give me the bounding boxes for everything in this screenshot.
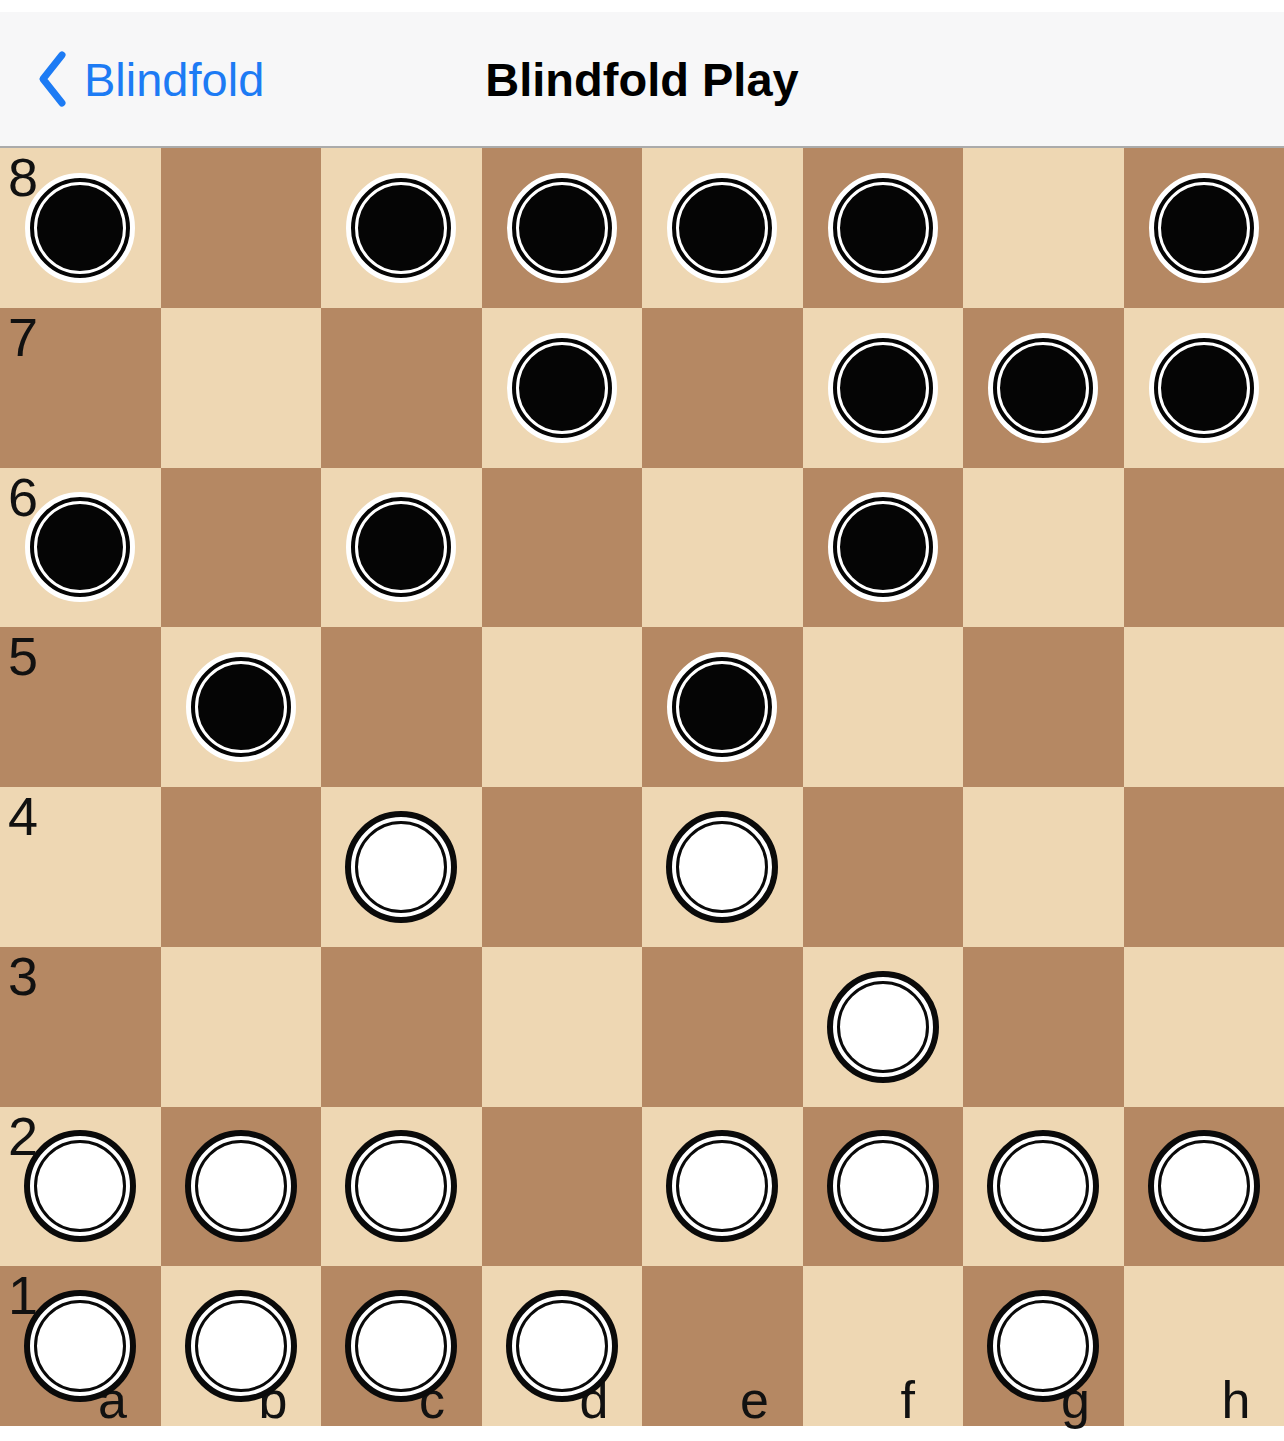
square-d3[interactable]	[482, 947, 643, 1107]
square-d4[interactable]	[482, 787, 643, 947]
square-d8[interactable]	[482, 148, 643, 308]
square-d7[interactable]	[482, 308, 643, 468]
square-a6[interactable]: 6	[0, 468, 161, 628]
square-c8[interactable]	[321, 148, 482, 308]
square-a1[interactable]: 1a	[0, 1266, 161, 1426]
square-h2[interactable]	[1124, 1107, 1284, 1267]
square-b2[interactable]	[161, 1107, 322, 1267]
square-f7[interactable]	[803, 308, 964, 468]
back-button-label[interactable]: Blindfold	[84, 56, 264, 103]
square-g3[interactable]	[963, 947, 1124, 1107]
file-label-h: h	[1221, 1374, 1250, 1426]
square-e4[interactable]	[642, 787, 803, 947]
black-piece-g7[interactable]	[988, 333, 1098, 443]
square-d2[interactable]	[482, 1107, 643, 1267]
chevron-left-icon	[36, 50, 68, 108]
square-a3[interactable]: 3	[0, 947, 161, 1107]
square-f2[interactable]	[803, 1107, 964, 1267]
square-d5[interactable]	[482, 627, 643, 787]
square-h4[interactable]	[1124, 787, 1284, 947]
square-e1[interactable]: e	[642, 1266, 803, 1426]
square-h3[interactable]	[1124, 947, 1284, 1107]
square-g1[interactable]: g	[963, 1266, 1124, 1426]
square-b7[interactable]	[161, 308, 322, 468]
square-h1[interactable]: h	[1124, 1266, 1284, 1426]
white-piece-a2[interactable]	[24, 1130, 136, 1242]
square-f4[interactable]	[803, 787, 964, 947]
square-a2[interactable]: 2	[0, 1107, 161, 1267]
white-piece-g2[interactable]	[987, 1130, 1099, 1242]
square-f5[interactable]	[803, 627, 964, 787]
square-g2[interactable]	[963, 1107, 1124, 1267]
black-piece-d7[interactable]	[507, 333, 617, 443]
square-c6[interactable]	[321, 468, 482, 628]
white-piece-e4[interactable]	[666, 811, 778, 923]
white-piece-h2[interactable]	[1148, 1130, 1260, 1242]
file-label-e: e	[740, 1374, 769, 1426]
status-bar	[0, 0, 1284, 12]
rank-label-4: 4	[8, 789, 38, 843]
square-a5[interactable]: 5	[0, 627, 161, 787]
square-e8[interactable]	[642, 148, 803, 308]
square-a4[interactable]: 4	[0, 787, 161, 947]
square-e3[interactable]	[642, 947, 803, 1107]
black-piece-d8[interactable]	[507, 173, 617, 283]
rank-label-8: 8	[8, 150, 38, 204]
square-b8[interactable]	[161, 148, 322, 308]
square-e7[interactable]	[642, 308, 803, 468]
square-a7[interactable]: 7	[0, 308, 161, 468]
square-e2[interactable]	[642, 1107, 803, 1267]
square-f8[interactable]	[803, 148, 964, 308]
square-d6[interactable]	[482, 468, 643, 628]
square-g6[interactable]	[963, 468, 1124, 628]
square-a8[interactable]: 8	[0, 148, 161, 308]
white-piece-c4[interactable]	[345, 811, 457, 923]
white-piece-c2[interactable]	[345, 1130, 457, 1242]
square-c1[interactable]: c	[321, 1266, 482, 1426]
file-label-f: f	[900, 1374, 914, 1426]
white-piece-b2[interactable]	[185, 1130, 297, 1242]
black-piece-e8[interactable]	[667, 173, 777, 283]
square-h6[interactable]	[1124, 468, 1284, 628]
square-e6[interactable]	[642, 468, 803, 628]
square-b1[interactable]: b	[161, 1266, 322, 1426]
square-c3[interactable]	[321, 947, 482, 1107]
square-b3[interactable]	[161, 947, 322, 1107]
square-c5[interactable]	[321, 627, 482, 787]
square-h5[interactable]	[1124, 627, 1284, 787]
white-piece-e2[interactable]	[666, 1130, 778, 1242]
square-c7[interactable]	[321, 308, 482, 468]
square-h7[interactable]	[1124, 308, 1284, 468]
square-f6[interactable]	[803, 468, 964, 628]
board: 87654321abcdefgh	[0, 148, 1284, 1426]
white-piece-b1[interactable]	[185, 1290, 297, 1402]
square-f3[interactable]	[803, 947, 964, 1107]
bottom-filler	[0, 1426, 1284, 1441]
white-piece-a1[interactable]	[24, 1290, 136, 1402]
square-g8[interactable]	[963, 148, 1124, 308]
square-c4[interactable]	[321, 787, 482, 947]
black-piece-f8[interactable]	[828, 173, 938, 283]
rank-label-5: 5	[8, 629, 38, 683]
black-piece-h7[interactable]	[1149, 333, 1259, 443]
square-f1[interactable]: f	[803, 1266, 964, 1426]
black-piece-f6[interactable]	[828, 492, 938, 602]
square-b6[interactable]	[161, 468, 322, 628]
square-g5[interactable]	[963, 627, 1124, 787]
square-g7[interactable]	[963, 308, 1124, 468]
white-piece-f2[interactable]	[827, 1130, 939, 1242]
black-piece-c8[interactable]	[346, 173, 456, 283]
black-piece-e5[interactable]	[667, 652, 777, 762]
black-piece-a6[interactable]	[25, 492, 135, 602]
white-piece-f3[interactable]	[827, 971, 939, 1083]
back-button[interactable]: Blindfold	[36, 12, 264, 146]
black-piece-a8[interactable]	[25, 173, 135, 283]
black-piece-b5[interactable]	[186, 652, 296, 762]
rank-label-7: 7	[8, 310, 38, 364]
square-g4[interactable]	[963, 787, 1124, 947]
square-h8[interactable]	[1124, 148, 1284, 308]
square-b5[interactable]	[161, 627, 322, 787]
white-piece-c1[interactable]	[345, 1290, 457, 1402]
square-e5[interactable]	[642, 627, 803, 787]
white-piece-d1[interactable]	[506, 1290, 618, 1402]
square-b4[interactable]	[161, 787, 322, 947]
black-piece-h8[interactable]	[1149, 173, 1259, 283]
nav-bar: Blindfold Blindfold Play	[0, 12, 1284, 148]
square-d1[interactable]: d	[482, 1266, 643, 1426]
square-c2[interactable]	[321, 1107, 482, 1267]
black-piece-f7[interactable]	[828, 333, 938, 443]
black-piece-c6[interactable]	[346, 492, 456, 602]
white-piece-g1[interactable]	[987, 1290, 1099, 1402]
rank-label-3: 3	[8, 949, 38, 1003]
